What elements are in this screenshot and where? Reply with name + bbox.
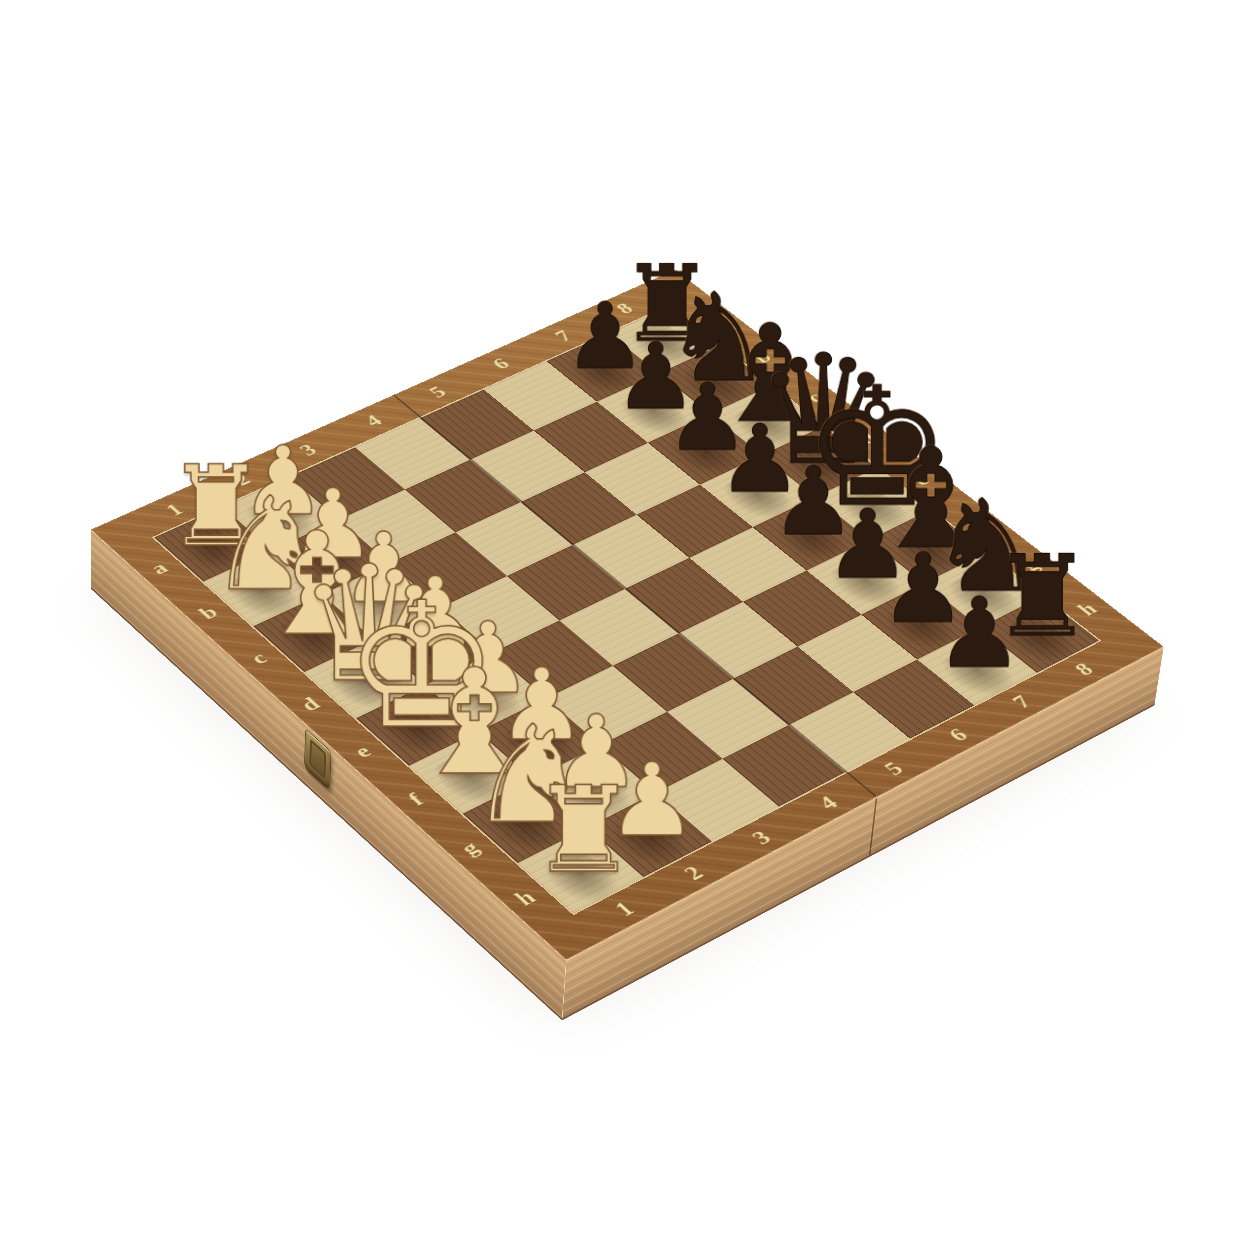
chess-box: ♜♞♝♛♚♝♞♜♟♟♟♟♟♟♟♟♟♟♟♟♟♟♟♟♜♞♝♛♚♝♞♜ 1122334…: [91, 269, 1164, 960]
scene: ♜♞♝♛♚♝♞♜♟♟♟♟♟♟♟♟♟♟♟♟♟♟♟♟♜♞♝♛♚♝♞♜ 1122334…: [0, 0, 1250, 1250]
square-h1: ♜: [518, 828, 643, 913]
square-h7: ♟: [917, 628, 1037, 706]
photo-canvas: ♜♞♝♛♚♝♞♜♟♟♟♟♟♟♟♟♟♟♟♟♟♟♟♟♜♞♝♛♚♝♞♜ 1122334…: [0, 0, 1250, 1250]
fold-seam-wall: [869, 798, 877, 855]
board-field: ♜♞♝♛♚♝♞♜♟♟♟♟♟♟♟♟♟♟♟♟♟♟♟♟♜♞♝♛♚♝♞♜: [152, 305, 1102, 916]
box-top-frame: ♜♞♝♛♚♝♞♜♟♟♟♟♟♟♟♟♟♟♟♟♟♟♟♟♜♞♝♛♚♝♞♜ 1122334…: [91, 269, 1164, 960]
